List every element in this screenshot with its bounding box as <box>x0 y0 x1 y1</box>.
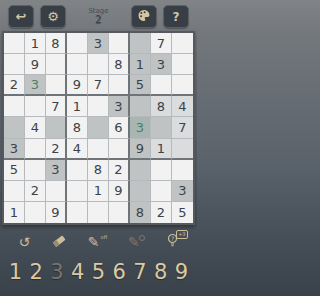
cell-r4c8[interactable]: 8 <box>151 96 172 117</box>
bottom-toolbar: ↺ ✎ off ✎ ? +3 <box>0 230 197 254</box>
cell-r8c1[interactable] <box>4 181 25 202</box>
numpad-digit-5[interactable]: 5 <box>92 262 105 283</box>
cell-r1c7[interactable] <box>130 33 151 54</box>
numpad-digit-9[interactable]: 9 <box>175 262 188 283</box>
cell-r7c6[interactable]: 2 <box>109 160 130 181</box>
cell-r5c9[interactable]: 7 <box>172 117 193 138</box>
theme-palette-button[interactable] <box>131 5 157 28</box>
cell-r6c5[interactable] <box>88 139 109 160</box>
cell-r1c2[interactable]: 1 <box>25 33 46 54</box>
cell-r3c2[interactable]: 3 <box>25 75 46 96</box>
magic-pencil-icon: ✎ <box>128 235 140 249</box>
cell-r9c9[interactable]: 5 <box>172 202 193 223</box>
cell-r7c2[interactable] <box>25 160 46 181</box>
cell-r9c5[interactable] <box>88 202 109 223</box>
cell-r2c4[interactable] <box>67 54 88 75</box>
notes-off-label: off <box>101 235 108 240</box>
cell-r4c3[interactable]: 7 <box>46 96 67 117</box>
cell-r4c6[interactable]: 3 <box>109 96 130 117</box>
cell-r6c1[interactable]: 3 <box>4 139 25 160</box>
numpad-digit-6[interactable]: 6 <box>113 262 126 283</box>
cell-r4c7[interactable] <box>130 96 151 117</box>
cell-r4c5[interactable] <box>88 96 109 117</box>
cell-r7c7[interactable] <box>130 160 151 181</box>
cell-r6c6[interactable] <box>109 139 130 160</box>
cell-r6c9[interactable] <box>172 139 193 160</box>
hint-count-badge: +3 <box>176 230 187 239</box>
cell-r9c8[interactable]: 2 <box>151 202 172 223</box>
undo-icon: ↺ <box>18 235 30 249</box>
auto-notes-button[interactable]: ✎ <box>128 235 145 249</box>
cell-r7c8[interactable] <box>151 160 172 181</box>
cell-r1c6[interactable] <box>109 33 130 54</box>
magic-circle-icon <box>139 235 145 241</box>
cell-r1c4[interactable] <box>67 33 88 54</box>
cell-r3c6[interactable] <box>109 75 130 96</box>
top-bar: ↩ ⚙ Stage 2 ? <box>0 0 197 30</box>
gear-icon: ⚙ <box>47 10 59 23</box>
cell-r5c2[interactable]: 4 <box>25 117 46 138</box>
numpad-digit-1[interactable]: 1 <box>9 262 22 283</box>
cell-r8c3[interactable] <box>46 181 67 202</box>
cell-r6c2[interactable] <box>25 139 46 160</box>
stage-indicator: Stage 2 <box>69 8 128 26</box>
cell-r1c5[interactable]: 3 <box>88 33 109 54</box>
cell-r9c2[interactable] <box>25 202 46 223</box>
cell-r6c8[interactable]: 1 <box>151 139 172 160</box>
question-mark-icon: ? <box>173 11 180 23</box>
cell-r9c3[interactable]: 9 <box>46 202 67 223</box>
notes-pencil-button[interactable]: ✎ off <box>88 235 107 249</box>
cell-r5c5[interactable] <box>88 117 109 138</box>
cell-r7c4[interactable] <box>67 160 88 181</box>
cell-r9c1[interactable]: 1 <box>4 202 25 223</box>
cell-r8c5[interactable]: 1 <box>88 181 109 202</box>
cell-r3c1[interactable]: 2 <box>4 75 25 96</box>
numpad-digit-8[interactable]: 8 <box>154 262 167 283</box>
cell-r1c1[interactable] <box>4 33 25 54</box>
cell-r5c1[interactable] <box>4 117 25 138</box>
undo-button[interactable]: ↺ <box>18 235 30 249</box>
cell-r8c8[interactable] <box>151 181 172 202</box>
sudoku-board[interactable]: 1837981323975713844863732491538221931982… <box>2 31 195 225</box>
cell-r8c2[interactable]: 2 <box>25 181 46 202</box>
cell-r7c1[interactable]: 5 <box>4 160 25 181</box>
cell-r6c7[interactable]: 9 <box>130 139 151 160</box>
cell-r5c6[interactable]: 6 <box>109 117 130 138</box>
numpad-digit-2[interactable]: 2 <box>29 262 42 283</box>
cell-r4c1[interactable] <box>4 96 25 117</box>
cell-r4c9[interactable]: 4 <box>172 96 193 117</box>
cell-r5c7[interactable]: 3 <box>130 117 151 138</box>
hint-button[interactable]: ? +3 <box>166 233 179 252</box>
cell-r2c5[interactable] <box>88 54 109 75</box>
cell-r2c6[interactable]: 8 <box>109 54 130 75</box>
cell-r2c9[interactable] <box>172 54 193 75</box>
help-button[interactable]: ? <box>163 5 189 28</box>
cell-r7c9[interactable] <box>172 160 193 181</box>
cell-r7c3[interactable]: 3 <box>46 160 67 181</box>
cell-r1c3[interactable]: 8 <box>46 33 67 54</box>
cell-r9c6[interactable] <box>109 202 130 223</box>
numpad-digit-3[interactable]: 3 <box>50 262 63 283</box>
pencil-icon: ✎ <box>88 235 100 249</box>
cell-r8c7[interactable] <box>130 181 151 202</box>
cell-r3c3[interactable] <box>46 75 67 96</box>
palette-icon <box>137 9 151 24</box>
settings-button[interactable]: ⚙ <box>40 5 66 28</box>
cell-r8c4[interactable] <box>67 181 88 202</box>
cell-r1c9[interactable] <box>172 33 193 54</box>
cell-r3c4[interactable]: 9 <box>67 75 88 96</box>
cell-r9c7[interactable]: 8 <box>130 202 151 223</box>
cell-r1c8[interactable]: 7 <box>151 33 172 54</box>
stage-number: 2 <box>69 15 128 25</box>
cell-r7c5[interactable]: 8 <box>88 160 109 181</box>
cell-r3c9[interactable] <box>172 75 193 96</box>
cell-r2c3[interactable] <box>46 54 67 75</box>
svg-text:?: ? <box>170 234 173 241</box>
cell-r5c3[interactable] <box>46 117 67 138</box>
cell-r3c5[interactable]: 7 <box>88 75 109 96</box>
cell-r4c4[interactable]: 1 <box>67 96 88 117</box>
numpad-digit-4[interactable]: 4 <box>71 262 84 283</box>
eraser-button[interactable] <box>51 233 67 252</box>
cell-r4c2[interactable] <box>25 96 46 117</box>
cell-r6c4[interactable]: 4 <box>67 139 88 160</box>
cell-r9c4[interactable] <box>67 202 88 223</box>
cell-r3c8[interactable] <box>151 75 172 96</box>
back-button[interactable]: ↩ <box>8 5 34 28</box>
cell-r5c8[interactable] <box>151 117 172 138</box>
cell-r5c4[interactable]: 8 <box>67 117 88 138</box>
cell-r3c7[interactable]: 5 <box>130 75 151 96</box>
eraser-icon <box>51 233 67 252</box>
numpad-digit-7[interactable]: 7 <box>133 262 146 283</box>
number-pad: 123456789 <box>0 256 197 288</box>
cell-r2c1[interactable] <box>4 54 25 75</box>
cell-r2c8[interactable]: 3 <box>151 54 172 75</box>
cell-r6c3[interactable]: 2 <box>46 139 67 160</box>
cell-r2c7[interactable]: 1 <box>130 54 151 75</box>
undo-arrow-icon: ↩ <box>16 10 27 23</box>
cell-r2c2[interactable]: 9 <box>25 54 46 75</box>
cell-r8c9[interactable]: 3 <box>172 181 193 202</box>
cell-r8c6[interactable]: 9 <box>109 181 130 202</box>
